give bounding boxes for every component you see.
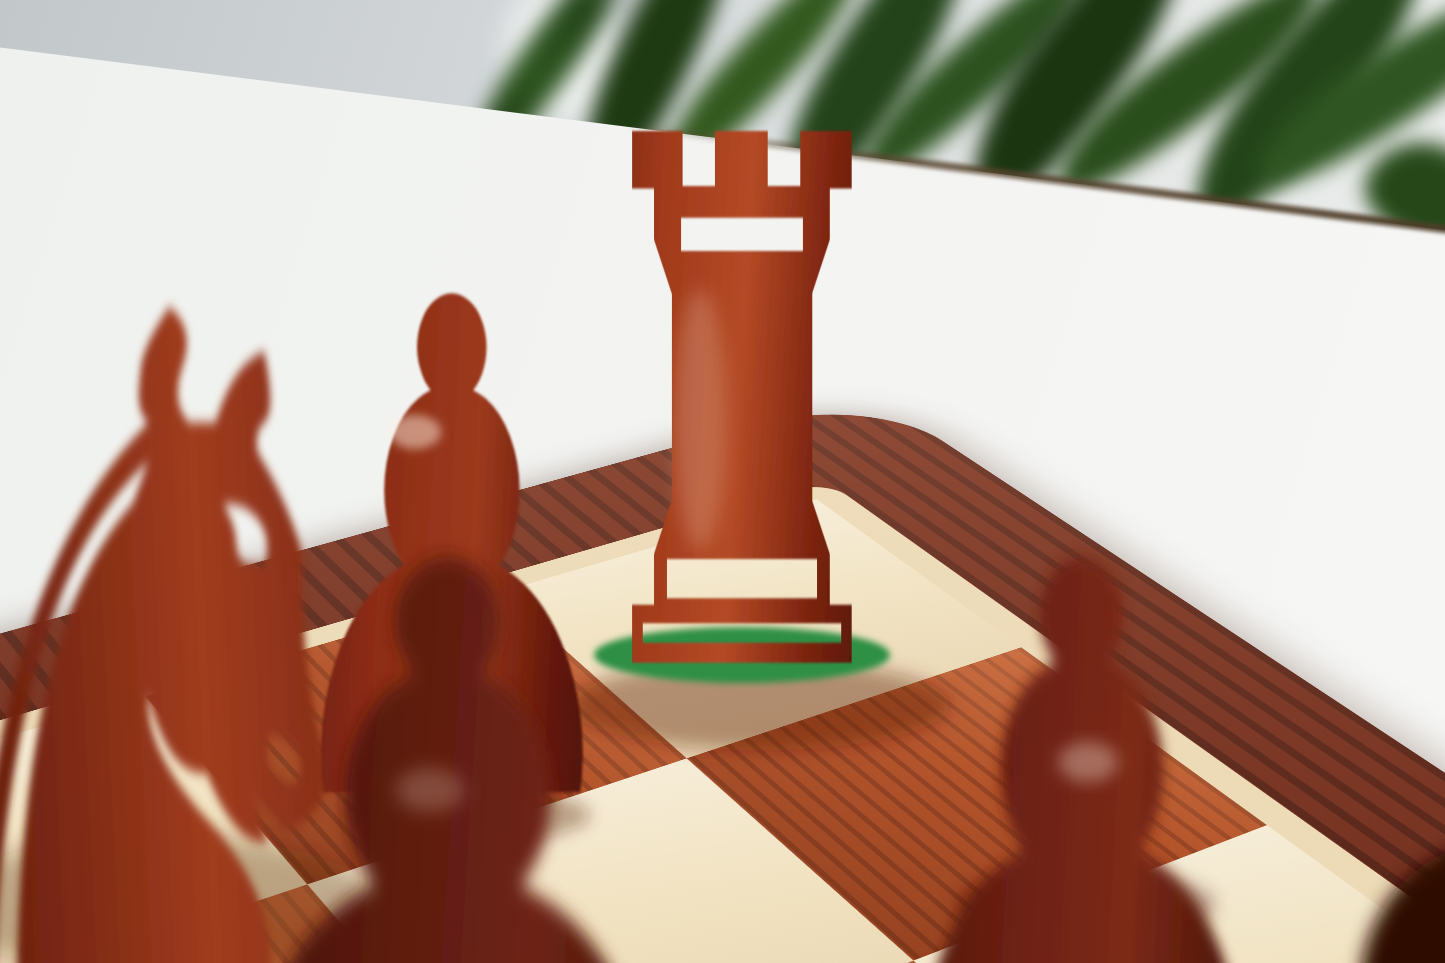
piece-pawn-b3[interactable]: ♟ — [847, 412, 1317, 963]
highlight — [389, 415, 441, 449]
piece-pawn-b4[interactable] — [1360, 840, 1445, 963]
highlight — [1058, 742, 1118, 782]
pieces-layer: ♞ ♜ ♟ ♟ ♟ — [0, 0, 1445, 963]
highlight — [396, 768, 464, 812]
highlight — [674, 290, 726, 550]
photo: ♞ ♜ ♟ ♟ ♟ — [0, 0, 1445, 963]
piece-pawn-b2[interactable]: ♟ — [150, 393, 746, 963]
